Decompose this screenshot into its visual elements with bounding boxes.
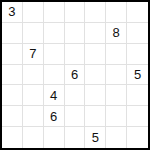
grid-cell[interactable] <box>44 2 65 23</box>
grid-cell[interactable] <box>44 44 65 65</box>
grid-cell[interactable] <box>127 106 148 127</box>
grid-cell[interactable] <box>2 106 23 127</box>
grid-cell[interactable] <box>23 65 44 86</box>
grid-cell[interactable] <box>23 2 44 23</box>
grid-cell[interactable] <box>85 85 106 106</box>
grid-cell[interactable] <box>2 23 23 44</box>
clue-number: 5 <box>92 131 99 144</box>
grid-cell[interactable] <box>106 65 127 86</box>
grid-cell[interactable] <box>85 65 106 86</box>
grid-cell[interactable] <box>85 23 106 44</box>
grid-cell[interactable] <box>2 85 23 106</box>
clue-number: 4 <box>50 89 57 102</box>
grid-cell[interactable]: 5 <box>85 127 106 148</box>
grid-cell[interactable] <box>127 23 148 44</box>
grid-cell[interactable] <box>106 44 127 65</box>
grid-cell[interactable] <box>106 2 127 23</box>
grid-cell[interactable]: 8 <box>106 23 127 44</box>
grid-cell[interactable] <box>23 23 44 44</box>
grid-cell[interactable] <box>65 2 86 23</box>
clue-number: 8 <box>113 26 120 39</box>
grid-cell[interactable] <box>127 2 148 23</box>
grid-cell[interactable] <box>127 127 148 148</box>
clue-number: 6 <box>71 68 78 81</box>
grid-cell[interactable] <box>65 106 86 127</box>
grid-cell[interactable] <box>65 44 86 65</box>
clue-number: 6 <box>50 110 57 123</box>
grid-cell[interactable] <box>65 23 86 44</box>
grid-cell[interactable]: 7 <box>23 44 44 65</box>
grid-cell[interactable] <box>65 85 86 106</box>
grid-cell[interactable] <box>65 127 86 148</box>
grid-cell[interactable] <box>2 44 23 65</box>
grid-cell[interactable] <box>23 106 44 127</box>
grid-cell[interactable] <box>106 85 127 106</box>
clue-number: 7 <box>29 47 36 60</box>
grid-cell[interactable] <box>44 127 65 148</box>
grid-cell[interactable]: 4 <box>44 85 65 106</box>
grid-cell[interactable]: 5 <box>127 65 148 86</box>
grid-cell[interactable] <box>127 85 148 106</box>
grid-cell[interactable]: 6 <box>65 65 86 86</box>
grid-cell[interactable] <box>85 44 106 65</box>
grid-cell[interactable] <box>23 127 44 148</box>
grid-cell[interactable] <box>2 65 23 86</box>
grid-cell[interactable]: 6 <box>44 106 65 127</box>
clue-number: 3 <box>8 5 15 18</box>
puzzle-board: 38765465 <box>0 0 150 150</box>
grid-cell[interactable] <box>85 106 106 127</box>
grid-cell[interactable] <box>44 65 65 86</box>
grid-cell[interactable] <box>106 127 127 148</box>
grid-cell[interactable] <box>127 44 148 65</box>
grid-cell[interactable] <box>85 2 106 23</box>
grid-cell[interactable]: 3 <box>2 2 23 23</box>
clue-number: 5 <box>134 68 141 81</box>
grid-cell[interactable] <box>106 106 127 127</box>
grid-cell[interactable] <box>23 85 44 106</box>
grid-cell[interactable] <box>2 127 23 148</box>
grid-cell[interactable] <box>44 23 65 44</box>
